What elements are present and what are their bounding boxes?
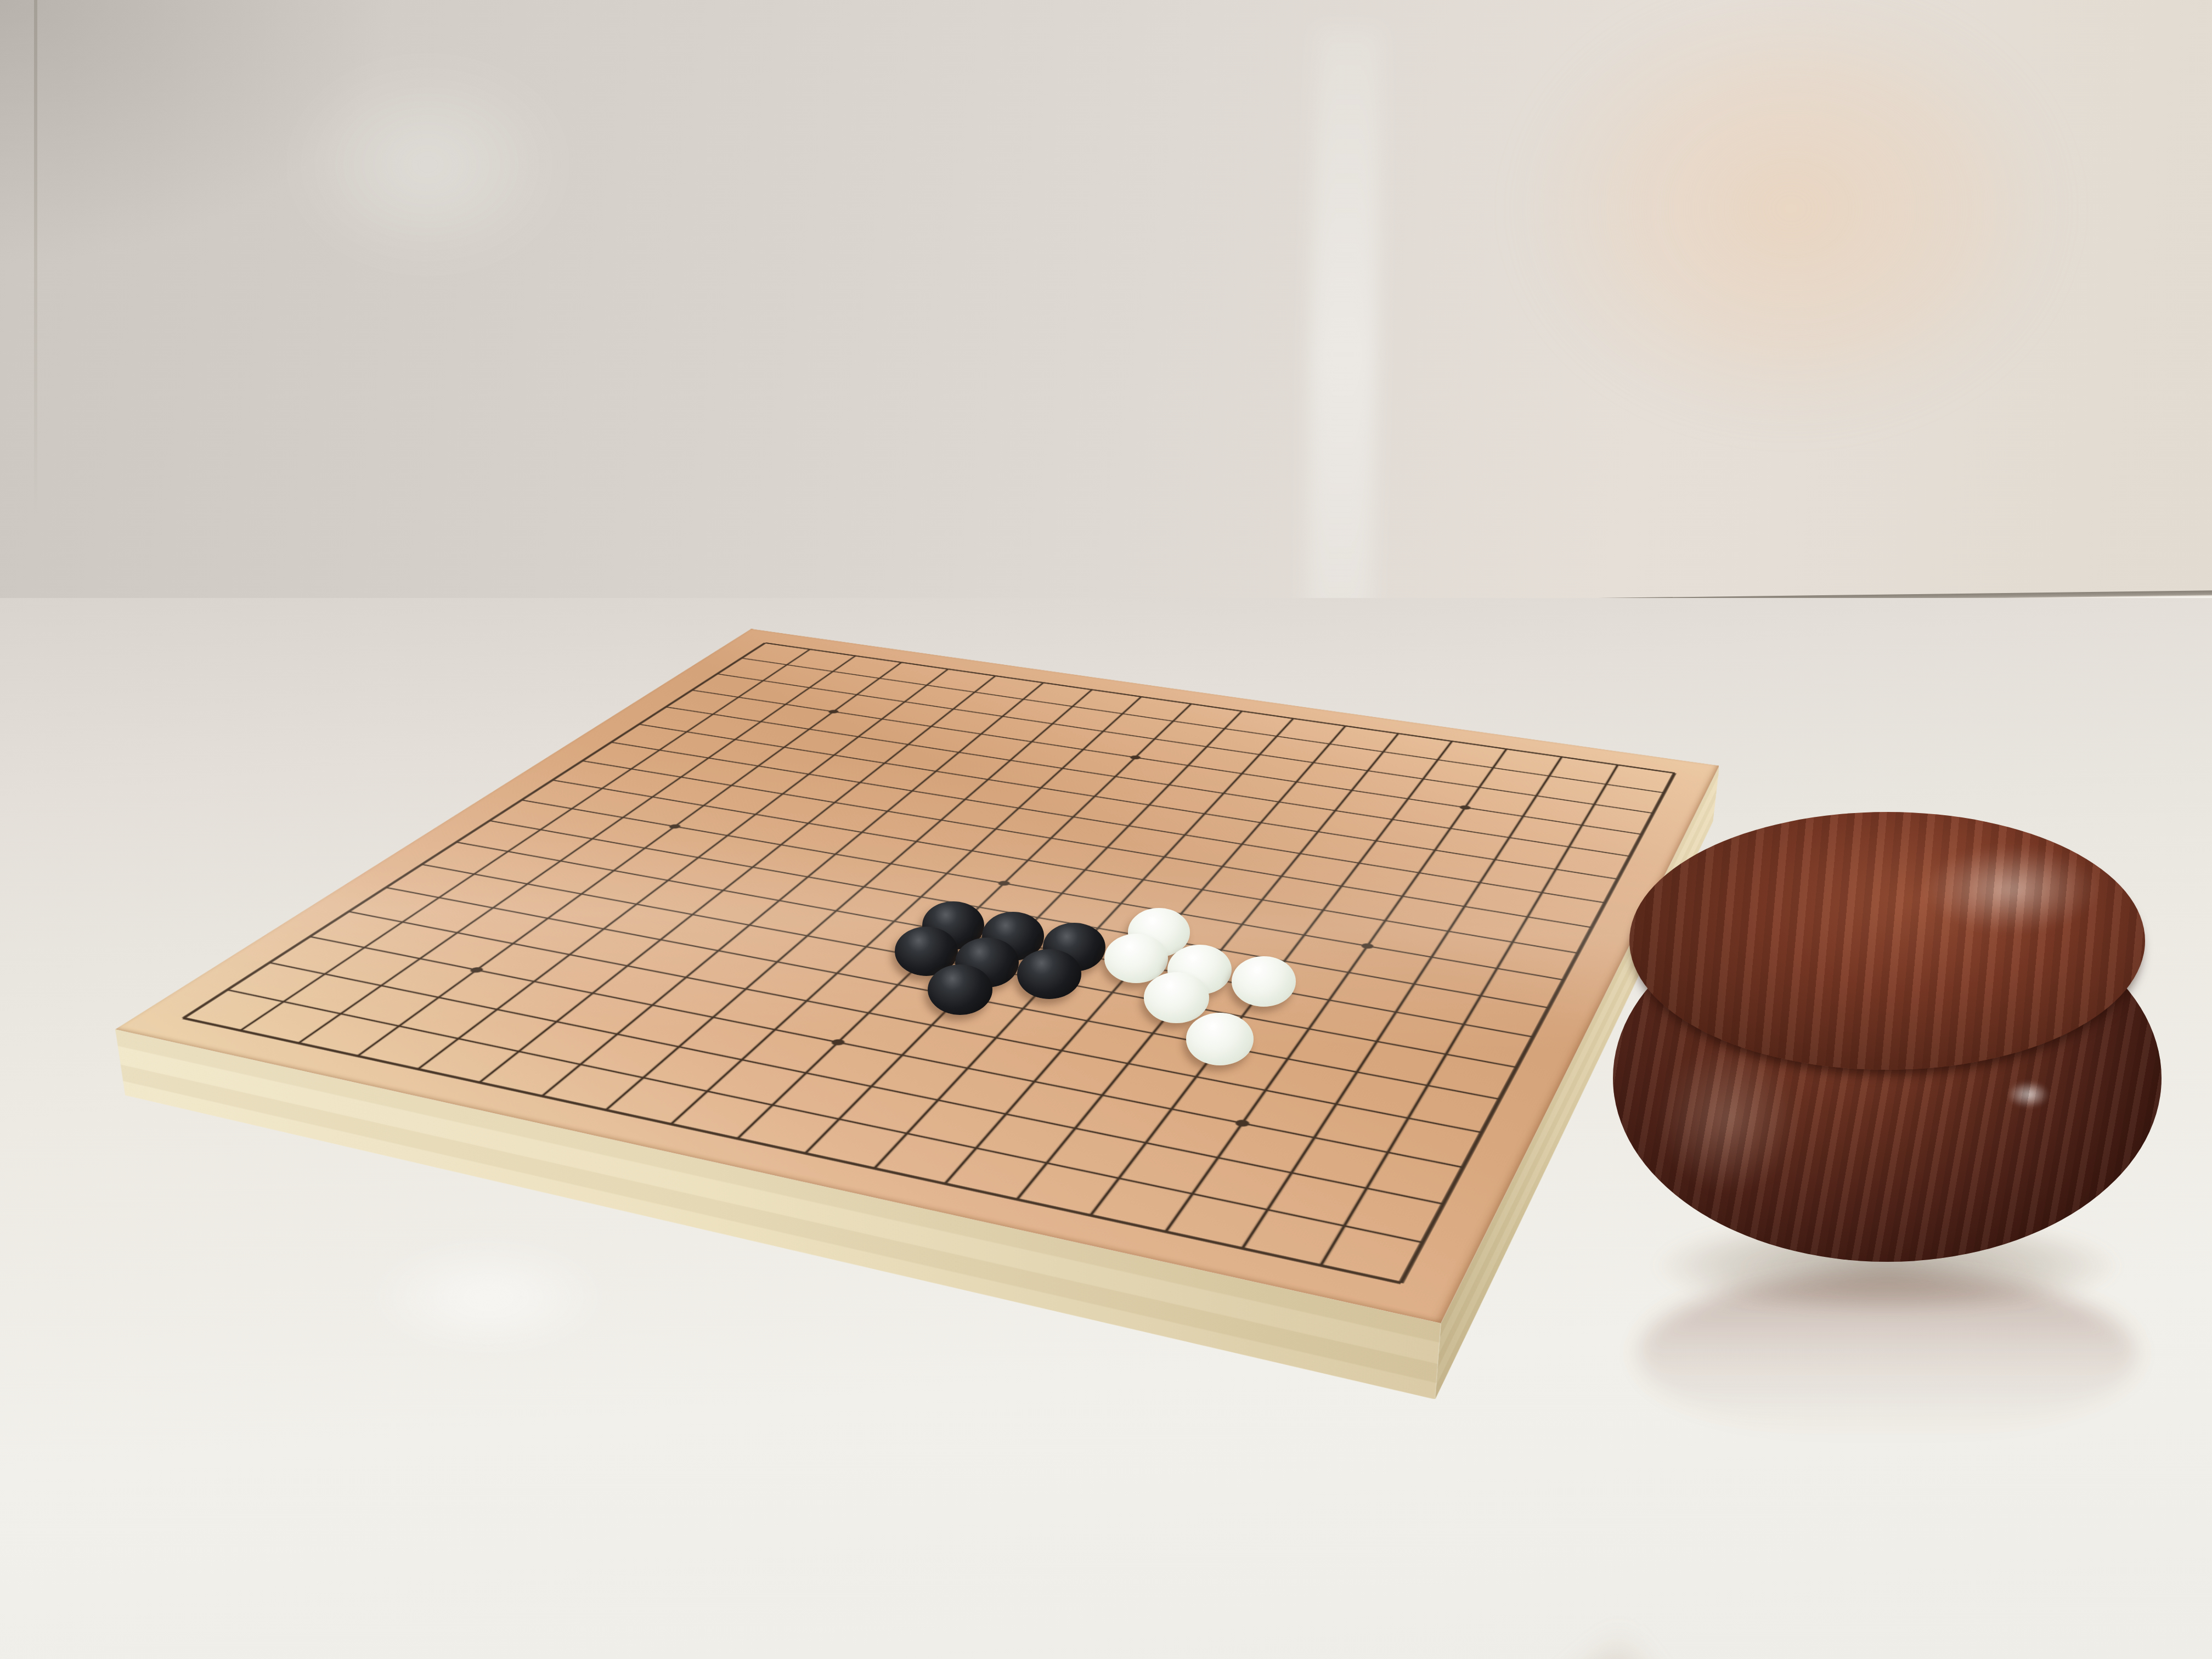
white-stone[interactable] xyxy=(1144,972,1209,1023)
white-stone[interactable] xyxy=(1186,1013,1254,1065)
wall xyxy=(0,0,2212,625)
bowl-lid[interactable] xyxy=(1629,812,2145,1070)
wall-light-streak xyxy=(1306,27,1383,620)
white-stone[interactable] xyxy=(1232,956,1296,1007)
black-stone[interactable] xyxy=(1017,949,1081,999)
black-stone[interactable] xyxy=(928,964,992,1015)
board-shadow-right xyxy=(1137,1643,1754,1659)
go-stone-bowl[interactable] xyxy=(1613,812,2162,1267)
bowl-reflection xyxy=(1638,1273,2137,1437)
wall-reflection-left xyxy=(230,16,625,313)
wall-panel-edge xyxy=(34,0,37,516)
bowl-specular-dot xyxy=(2002,1078,2055,1111)
table-reflection-blob xyxy=(329,1223,647,1372)
bowl-lid-highlight xyxy=(1898,833,2125,946)
wall-warm-reflection xyxy=(1448,0,2134,483)
go-scene: { "game": "go", "board": { "size": 19, "… xyxy=(0,0,2212,1659)
